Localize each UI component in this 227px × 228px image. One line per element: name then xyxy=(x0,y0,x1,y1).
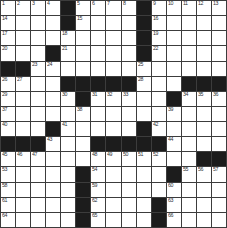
crossword-puzzle: 1234567891011121314151617181920212223242… xyxy=(0,0,227,228)
cell-r9c3[interactable] xyxy=(31,122,45,136)
cell-r1c6[interactable]: 5 xyxy=(76,1,90,15)
cell-r1c11[interactable]: 9 xyxy=(152,1,166,15)
black-cell xyxy=(152,213,166,227)
cell-r6c4[interactable] xyxy=(46,77,60,91)
cell-r4c14[interactable] xyxy=(197,46,211,60)
cell-r13c9[interactable] xyxy=(122,183,136,197)
clue-number-45: 45 xyxy=(2,152,7,157)
black-cell xyxy=(61,16,75,30)
clue-number-57: 57 xyxy=(213,167,218,172)
cell-r14c2[interactable] xyxy=(16,198,30,212)
cell-r8c5[interactable] xyxy=(61,107,75,121)
clue-number-31: 31 xyxy=(92,92,97,97)
black-cell xyxy=(91,137,105,151)
clue-number-52: 52 xyxy=(153,152,158,157)
cell-r11c3[interactable]: 47 xyxy=(31,152,45,166)
cell-r3c8[interactable] xyxy=(106,31,120,45)
cell-r8c14[interactable] xyxy=(197,107,211,121)
clue-number-62: 62 xyxy=(92,198,97,203)
clue-number-58: 58 xyxy=(2,183,7,188)
clue-number-42: 42 xyxy=(153,122,158,127)
black-cell xyxy=(152,137,166,151)
cell-r4c6[interactable] xyxy=(76,46,90,60)
cell-r10c6[interactable] xyxy=(76,137,90,151)
clue-number-22: 22 xyxy=(153,46,158,51)
cell-r2c13[interactable] xyxy=(182,16,196,30)
cell-r14c1[interactable]: 61 xyxy=(1,198,15,212)
cell-r7c13[interactable]: 34 xyxy=(182,92,196,106)
cell-r8c10[interactable] xyxy=(137,107,151,121)
clue-number-27: 27 xyxy=(17,77,22,82)
cell-r9c14[interactable] xyxy=(197,122,211,136)
cell-r2c1[interactable]: 14 xyxy=(1,16,15,30)
cell-r8c4[interactable] xyxy=(46,107,60,121)
cell-r2c14[interactable] xyxy=(197,16,211,30)
cell-r8c7[interactable] xyxy=(91,107,105,121)
clue-number-15: 15 xyxy=(77,16,82,21)
cell-r1c2[interactable]: 2 xyxy=(16,1,30,15)
cell-r9c11[interactable]: 42 xyxy=(152,122,166,136)
cell-r3c11[interactable]: 19 xyxy=(152,31,166,45)
cell-r10c15[interactable] xyxy=(212,137,226,151)
clue-number-10: 10 xyxy=(168,1,173,6)
cell-r7c1[interactable]: 29 xyxy=(1,92,15,106)
cell-r10c4[interactable]: 43 xyxy=(46,137,60,151)
cell-r5c12[interactable] xyxy=(167,62,181,76)
cell-r6c12[interactable] xyxy=(167,77,181,91)
clue-number-9: 9 xyxy=(153,1,156,6)
cell-r6c1[interactable]: 26 xyxy=(1,77,15,91)
cell-r4c15[interactable] xyxy=(212,46,226,60)
cell-r6c10[interactable]: 28 xyxy=(137,77,151,91)
cell-r2c4[interactable] xyxy=(46,16,60,30)
cell-r12c9[interactable] xyxy=(122,167,136,181)
cell-r15c7[interactable]: 65 xyxy=(91,213,105,227)
black-cell xyxy=(76,77,90,91)
cell-r8c2[interactable] xyxy=(16,107,30,121)
cell-r2c3[interactable] xyxy=(31,16,45,30)
cell-r2c2[interactable] xyxy=(16,16,30,30)
clue-number-6: 6 xyxy=(92,1,95,6)
clue-number-64: 64 xyxy=(2,213,7,218)
cell-r15c13[interactable] xyxy=(182,213,196,227)
cell-r3c1[interactable]: 17 xyxy=(1,31,15,45)
cell-r10c14[interactable] xyxy=(197,137,211,151)
cell-r13c1[interactable]: 58 xyxy=(1,183,15,197)
clue-number-65: 65 xyxy=(92,213,97,218)
black-cell xyxy=(106,137,120,151)
black-cell xyxy=(76,167,90,181)
cell-r15c3[interactable] xyxy=(31,213,45,227)
black-cell xyxy=(122,137,136,151)
cell-r13c14[interactable] xyxy=(197,183,211,197)
black-cell xyxy=(197,77,211,91)
cell-r11c6[interactable] xyxy=(76,152,90,166)
cell-r5c5[interactable] xyxy=(61,62,75,76)
cell-r4c2[interactable] xyxy=(16,46,30,60)
cell-r9c6[interactable] xyxy=(76,122,90,136)
cell-r9c2[interactable] xyxy=(16,122,30,136)
cell-r3c15[interactable] xyxy=(212,31,226,45)
black-cell xyxy=(61,1,75,15)
cell-r1c13[interactable]: 11 xyxy=(182,1,196,15)
cell-r11c9[interactable]: 50 xyxy=(122,152,136,166)
black-cell xyxy=(137,16,151,30)
cell-r14c3[interactable] xyxy=(31,198,45,212)
cell-r4c5[interactable]: 21 xyxy=(61,46,75,60)
cell-r13c2[interactable] xyxy=(16,183,30,197)
cell-r3c3[interactable] xyxy=(31,31,45,45)
cell-r5c3[interactable]: 23 xyxy=(31,62,45,76)
black-cell xyxy=(76,92,90,106)
clue-number-4: 4 xyxy=(47,1,50,6)
cell-r13c12[interactable]: 60 xyxy=(167,183,181,197)
clue-number-29: 29 xyxy=(2,92,7,97)
cell-r2c11[interactable]: 16 xyxy=(152,16,166,30)
cell-r12c4[interactable] xyxy=(46,167,60,181)
clue-number-56: 56 xyxy=(198,167,203,172)
clue-number-28: 28 xyxy=(138,77,143,82)
black-cell xyxy=(1,62,15,76)
cell-r1c4[interactable]: 4 xyxy=(46,1,60,15)
black-cell xyxy=(16,137,30,151)
cell-r13c5[interactable] xyxy=(61,183,75,197)
black-cell xyxy=(106,77,120,91)
cell-r7c10[interactable] xyxy=(137,92,151,106)
cell-r1c14[interactable]: 12 xyxy=(197,1,211,15)
cell-r8c8[interactable] xyxy=(106,107,120,121)
cell-r14c14[interactable] xyxy=(197,198,211,212)
cell-r4c12[interactable] xyxy=(167,46,181,60)
cell-r14c15[interactable] xyxy=(212,198,226,212)
cell-r6c2[interactable]: 27 xyxy=(16,77,30,91)
clue-number-11: 11 xyxy=(183,1,188,6)
cell-r9c9[interactable] xyxy=(122,122,136,136)
cell-r4c8[interactable] xyxy=(106,46,120,60)
cell-r4c9[interactable] xyxy=(122,46,136,60)
cell-r8c6[interactable]: 38 xyxy=(76,107,90,121)
cell-r7c5[interactable]: 30 xyxy=(61,92,75,106)
cell-r5c11[interactable] xyxy=(152,62,166,76)
clue-number-17: 17 xyxy=(2,31,7,36)
cell-r14c7[interactable]: 62 xyxy=(91,198,105,212)
cell-r3c2[interactable] xyxy=(16,31,30,45)
clue-number-32: 32 xyxy=(107,92,112,97)
cell-r10c12[interactable]: 44 xyxy=(167,137,181,151)
cell-r13c10[interactable] xyxy=(137,183,151,197)
cell-r6c3[interactable] xyxy=(31,77,45,91)
black-cell xyxy=(122,77,136,91)
clue-number-3: 3 xyxy=(32,1,35,6)
cell-r1c7[interactable]: 6 xyxy=(91,1,105,15)
cell-r11c1[interactable]: 45 xyxy=(1,152,15,166)
cell-r11c8[interactable]: 49 xyxy=(106,152,120,166)
clue-number-49: 49 xyxy=(107,152,112,157)
clue-number-38: 38 xyxy=(77,107,82,112)
cell-r1c15[interactable]: 13 xyxy=(212,1,226,15)
black-cell xyxy=(137,122,151,136)
cell-r4c11[interactable]: 22 xyxy=(152,46,166,60)
cell-r7c3[interactable] xyxy=(31,92,45,106)
black-cell xyxy=(137,46,151,60)
cell-r4c3[interactable] xyxy=(31,46,45,60)
black-cell xyxy=(31,137,45,151)
clue-number-20: 20 xyxy=(2,46,7,51)
cell-r3c9[interactable] xyxy=(122,31,136,45)
clue-number-41: 41 xyxy=(62,122,67,127)
cell-r13c3[interactable] xyxy=(31,183,45,197)
black-cell xyxy=(212,152,226,166)
cell-r15c15[interactable] xyxy=(212,213,226,227)
clue-number-50: 50 xyxy=(123,152,128,157)
clue-number-59: 59 xyxy=(92,183,97,188)
cell-r9c8[interactable] xyxy=(106,122,120,136)
cell-r12c8[interactable] xyxy=(106,167,120,181)
cell-r11c10[interactable]: 51 xyxy=(137,152,151,166)
cell-r14c8[interactable] xyxy=(106,198,120,212)
clue-number-35: 35 xyxy=(198,92,203,97)
cell-r9c15[interactable] xyxy=(212,122,226,136)
cell-r12c11[interactable] xyxy=(152,167,166,181)
cell-r15c12[interactable]: 66 xyxy=(167,213,181,227)
cell-r5c9[interactable] xyxy=(122,62,136,76)
cell-r5c8[interactable] xyxy=(106,62,120,76)
black-cell xyxy=(137,1,151,15)
cell-r2c12[interactable] xyxy=(167,16,181,30)
cell-r1c12[interactable]: 10 xyxy=(167,1,181,15)
cell-r9c12[interactable] xyxy=(167,122,181,136)
cell-r13c15[interactable] xyxy=(212,183,226,197)
cell-r13c13[interactable] xyxy=(182,183,196,197)
cell-r7c14[interactable]: 35 xyxy=(197,92,211,106)
cell-r5c10[interactable]: 25 xyxy=(137,62,151,76)
cell-r12c7[interactable]: 54 xyxy=(91,167,105,181)
black-cell xyxy=(182,77,196,91)
cell-r5c4[interactable]: 24 xyxy=(46,62,60,76)
clue-number-25: 25 xyxy=(138,62,143,67)
clue-number-14: 14 xyxy=(2,16,7,21)
black-cell xyxy=(46,122,60,136)
black-cell xyxy=(167,167,181,181)
cell-r12c2[interactable] xyxy=(16,167,30,181)
clue-number-5: 5 xyxy=(77,1,80,6)
black-cell xyxy=(91,77,105,91)
clue-number-53: 53 xyxy=(2,167,7,172)
clue-number-12: 12 xyxy=(198,1,203,6)
cell-r3c14[interactable] xyxy=(197,31,211,45)
cell-r7c2[interactable] xyxy=(16,92,30,106)
cell-r11c5[interactable] xyxy=(61,152,75,166)
clue-number-60: 60 xyxy=(168,183,173,188)
clue-number-66: 66 xyxy=(168,213,173,218)
clue-number-26: 26 xyxy=(2,77,7,82)
black-cell xyxy=(137,31,151,45)
clue-number-2: 2 xyxy=(17,1,20,6)
cell-r8c13[interactable] xyxy=(182,107,196,121)
cell-r1c3[interactable]: 3 xyxy=(31,1,45,15)
cell-r15c9[interactable] xyxy=(122,213,136,227)
cell-r4c13[interactable] xyxy=(182,46,196,60)
clue-number-24: 24 xyxy=(47,62,52,67)
clue-number-8: 8 xyxy=(123,1,126,6)
black-cell xyxy=(16,62,30,76)
cell-r9c1[interactable]: 40 xyxy=(1,122,15,136)
black-cell xyxy=(76,183,90,197)
clue-number-39: 39 xyxy=(168,107,173,112)
cell-r10c13[interactable] xyxy=(182,137,196,151)
cell-r13c8[interactable] xyxy=(106,183,120,197)
cell-r7c8[interactable]: 32 xyxy=(106,92,120,106)
cell-r8c12[interactable]: 39 xyxy=(167,107,181,121)
cell-r12c5[interactable] xyxy=(61,167,75,181)
cell-r7c7[interactable]: 31 xyxy=(91,92,105,106)
cell-r2c6[interactable]: 15 xyxy=(76,16,90,30)
black-cell xyxy=(76,213,90,227)
clue-number-13: 13 xyxy=(213,1,218,6)
cell-r3c13[interactable] xyxy=(182,31,196,45)
clue-number-51: 51 xyxy=(138,152,143,157)
cell-r11c2[interactable]: 46 xyxy=(16,152,30,166)
black-cell xyxy=(212,77,226,91)
cell-r14c4[interactable] xyxy=(46,198,60,212)
black-cell xyxy=(167,92,181,106)
cell-r14c9[interactable] xyxy=(122,198,136,212)
cell-r15c8[interactable] xyxy=(106,213,120,227)
black-cell xyxy=(1,137,15,151)
cell-r1c8[interactable]: 7 xyxy=(106,1,120,15)
cell-r2c9[interactable] xyxy=(122,16,136,30)
clue-number-19: 19 xyxy=(153,31,158,36)
cell-r4c7[interactable] xyxy=(91,46,105,60)
cell-r9c5[interactable]: 41 xyxy=(61,122,75,136)
cell-r11c7[interactable]: 48 xyxy=(91,152,105,166)
cell-r13c7[interactable]: 59 xyxy=(91,183,105,197)
cell-r15c1[interactable]: 64 xyxy=(1,213,15,227)
clue-number-36: 36 xyxy=(213,92,218,97)
cell-r5c14[interactable] xyxy=(197,62,211,76)
cell-r8c3[interactable] xyxy=(31,107,45,121)
clue-number-54: 54 xyxy=(92,167,97,172)
cell-r3c7[interactable] xyxy=(91,31,105,45)
cell-r3c5[interactable]: 18 xyxy=(61,31,75,45)
cell-r13c11[interactable] xyxy=(152,183,166,197)
cell-r12c10[interactable] xyxy=(137,167,151,181)
clue-number-40: 40 xyxy=(2,122,7,127)
cell-r11c4[interactable] xyxy=(46,152,60,166)
cell-r14c13[interactable] xyxy=(182,198,196,212)
cell-r5c6[interactable] xyxy=(76,62,90,76)
clue-number-44: 44 xyxy=(168,137,173,142)
cell-r12c13[interactable]: 55 xyxy=(182,167,196,181)
cell-r11c12[interactable] xyxy=(167,152,181,166)
clue-number-43: 43 xyxy=(47,137,52,142)
cell-r6c11[interactable] xyxy=(152,77,166,91)
clue-number-30: 30 xyxy=(62,92,67,97)
cell-r2c15[interactable] xyxy=(212,16,226,30)
cell-r15c5[interactable] xyxy=(61,213,75,227)
cell-r8c11[interactable] xyxy=(152,107,166,121)
cell-r4c1[interactable]: 20 xyxy=(1,46,15,60)
cell-r15c4[interactable] xyxy=(46,213,60,227)
cell-r7c4[interactable] xyxy=(46,92,60,106)
black-cell xyxy=(197,152,211,166)
clue-number-16: 16 xyxy=(153,16,158,21)
cell-r12c1[interactable]: 53 xyxy=(1,167,15,181)
cell-r8c1[interactable]: 37 xyxy=(1,107,15,121)
cell-r9c7[interactable] xyxy=(91,122,105,136)
cell-r12c15[interactable]: 57 xyxy=(212,167,226,181)
cell-r3c6[interactable] xyxy=(76,31,90,45)
black-cell xyxy=(137,137,151,151)
clue-number-48: 48 xyxy=(92,152,97,157)
cell-r7c11[interactable] xyxy=(152,92,166,106)
cell-r15c2[interactable] xyxy=(16,213,30,227)
clue-number-21: 21 xyxy=(62,46,67,51)
cell-r15c10[interactable] xyxy=(137,213,151,227)
cell-r5c15[interactable] xyxy=(212,62,226,76)
clue-number-55: 55 xyxy=(183,167,188,172)
cell-r9c13[interactable] xyxy=(182,122,196,136)
cell-r12c3[interactable] xyxy=(31,167,45,181)
black-cell xyxy=(152,198,166,212)
clue-number-63: 63 xyxy=(168,198,173,203)
cell-r5c7[interactable] xyxy=(91,62,105,76)
crossword-grid: 1234567891011121314151617181920212223242… xyxy=(0,0,227,228)
cell-r15c14[interactable] xyxy=(197,213,211,227)
cell-r14c10[interactable] xyxy=(137,198,151,212)
cell-r14c12[interactable]: 63 xyxy=(167,198,181,212)
clue-number-23: 23 xyxy=(32,62,37,67)
cell-r2c8[interactable] xyxy=(106,16,120,30)
cell-r2c7[interactable] xyxy=(91,16,105,30)
black-cell xyxy=(61,77,75,91)
cell-r3c4[interactable] xyxy=(46,31,60,45)
clue-number-46: 46 xyxy=(17,152,22,157)
cell-r1c9[interactable]: 8 xyxy=(122,1,136,15)
clue-number-7: 7 xyxy=(107,1,110,6)
cell-r8c15[interactable] xyxy=(212,107,226,121)
cell-r7c9[interactable]: 33 xyxy=(122,92,136,106)
clue-number-1: 1 xyxy=(2,1,5,6)
cell-r3c12[interactable] xyxy=(167,31,181,45)
cell-r1c1[interactable]: 1 xyxy=(1,1,15,15)
clue-number-37: 37 xyxy=(2,107,7,112)
cell-r5c13[interactable] xyxy=(182,62,196,76)
clue-number-18: 18 xyxy=(62,31,67,36)
black-cell xyxy=(76,198,90,212)
cell-r12c14[interactable]: 56 xyxy=(197,167,211,181)
cell-r14c5[interactable] xyxy=(61,198,75,212)
clue-number-47: 47 xyxy=(32,152,37,157)
cell-r10c5[interactable] xyxy=(61,137,75,151)
clue-number-61: 61 xyxy=(2,198,7,203)
clue-number-33: 33 xyxy=(123,92,128,97)
cell-r11c11[interactable]: 52 xyxy=(152,152,166,166)
cell-r13c4[interactable] xyxy=(46,183,60,197)
clue-number-34: 34 xyxy=(183,92,188,97)
cell-r8c9[interactable] xyxy=(122,107,136,121)
cell-r11c13[interactable] xyxy=(182,152,196,166)
cell-r7c15[interactable]: 36 xyxy=(212,92,226,106)
black-cell xyxy=(46,46,60,60)
